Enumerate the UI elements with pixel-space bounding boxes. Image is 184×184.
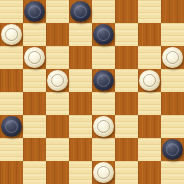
square-a3[interactable] [0,115,23,138]
black-man-a3[interactable] [1,116,22,137]
square-g5[interactable] [138,69,161,92]
square-c8 [46,0,69,23]
square-f1 [115,161,138,184]
white-man-g5[interactable] [139,70,160,91]
square-h4[interactable] [161,92,184,115]
square-g4 [138,92,161,115]
piece-ring [97,120,110,133]
piece-ring [143,74,156,87]
square-d5 [69,69,92,92]
square-d6[interactable] [69,46,92,69]
square-a8 [0,0,23,23]
piece-ring [166,51,179,64]
square-e7[interactable] [92,23,115,46]
square-b5 [23,69,46,92]
square-b4[interactable] [23,92,46,115]
piece-ring [97,166,110,179]
square-e8 [92,0,115,23]
square-e3[interactable] [92,115,115,138]
piece-ring [5,120,18,133]
square-e4 [92,92,115,115]
square-h3 [161,115,184,138]
square-f6[interactable] [115,46,138,69]
square-d3 [69,115,92,138]
square-f8[interactable] [115,0,138,23]
square-d8[interactable] [69,0,92,23]
square-g6 [138,46,161,69]
square-a2 [0,138,23,161]
square-a6 [0,46,23,69]
square-g7[interactable] [138,23,161,46]
piece-ring [166,143,179,156]
piece-ring [97,28,110,41]
piece-ring [74,5,87,18]
square-a1[interactable] [0,161,23,184]
square-d2[interactable] [69,138,92,161]
square-e5[interactable] [92,69,115,92]
black-man-e5[interactable] [93,70,114,91]
square-c2 [46,138,69,161]
square-f2[interactable] [115,138,138,161]
square-a7[interactable] [0,23,23,46]
piece-ring [28,5,41,18]
square-c3[interactable] [46,115,69,138]
black-man-b8[interactable] [24,1,45,22]
square-c7[interactable] [46,23,69,46]
square-g1[interactable] [138,161,161,184]
square-d7 [69,23,92,46]
piece-ring [97,74,110,87]
square-b3 [23,115,46,138]
piece-ring [28,51,41,64]
square-h1 [161,161,184,184]
square-f7 [115,23,138,46]
square-b6[interactable] [23,46,46,69]
square-b2[interactable] [23,138,46,161]
white-man-b6[interactable] [24,47,45,68]
square-e6 [92,46,115,69]
square-a4 [0,92,23,115]
black-man-h2[interactable] [162,139,183,160]
black-man-e7[interactable] [93,24,114,45]
piece-ring [5,28,18,41]
square-d1 [69,161,92,184]
square-f3 [115,115,138,138]
black-man-d8[interactable] [70,1,91,22]
square-f4[interactable] [115,92,138,115]
white-man-e1[interactable] [93,162,114,183]
white-man-e3[interactable] [93,116,114,137]
square-g3[interactable] [138,115,161,138]
checkers-board [0,0,184,184]
square-e1[interactable] [92,161,115,184]
square-h7 [161,23,184,46]
square-a5[interactable] [0,69,23,92]
square-b8[interactable] [23,0,46,23]
square-h6[interactable] [161,46,184,69]
white-man-h6[interactable] [162,47,183,68]
square-c6 [46,46,69,69]
square-f5 [115,69,138,92]
square-c5[interactable] [46,69,69,92]
square-d4[interactable] [69,92,92,115]
square-h5 [161,69,184,92]
square-e2 [92,138,115,161]
white-man-a7[interactable] [1,24,22,45]
square-g2 [138,138,161,161]
square-c4 [46,92,69,115]
piece-ring [51,74,64,87]
square-h8[interactable] [161,0,184,23]
square-b7 [23,23,46,46]
square-c1[interactable] [46,161,69,184]
square-h2[interactable] [161,138,184,161]
square-b1 [23,161,46,184]
square-g8 [138,0,161,23]
white-man-c5[interactable] [47,70,68,91]
